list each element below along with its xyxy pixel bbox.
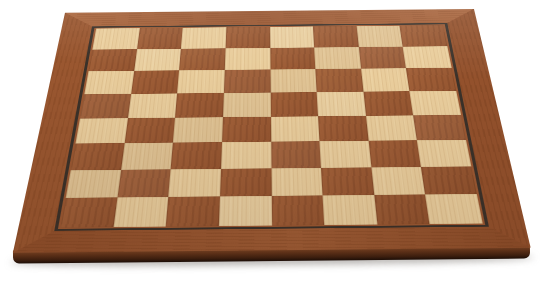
square-g8 (356, 26, 403, 47)
square-h8 (400, 25, 448, 46)
square-a5 (80, 94, 131, 119)
square-a7 (88, 49, 136, 71)
square-e4 (271, 116, 320, 142)
square-c8 (181, 27, 226, 48)
square-b8 (137, 28, 183, 49)
square-d6 (224, 70, 270, 93)
square-b1 (113, 197, 168, 227)
square-f6 (315, 69, 363, 92)
square-d7 (225, 48, 270, 70)
square-d4 (222, 117, 271, 143)
board-squares (60, 25, 482, 227)
square-b2 (117, 169, 171, 197)
square-h1 (425, 194, 482, 224)
square-e8 (270, 26, 315, 47)
square-h5 (410, 91, 461, 115)
square-h3 (417, 140, 471, 167)
square-h2 (421, 166, 477, 194)
square-f5 (317, 92, 366, 116)
inlay-border (54, 23, 489, 231)
square-h4 (413, 115, 466, 141)
square-e6 (270, 69, 317, 92)
square-a1 (60, 198, 117, 228)
square-b3 (121, 143, 173, 170)
square-e2 (271, 168, 323, 196)
square-b7 (134, 49, 181, 71)
product-photo-background (0, 0, 544, 282)
square-g4 (366, 115, 417, 141)
square-g1 (374, 195, 430, 225)
square-a6 (84, 71, 134, 94)
square-g3 (368, 140, 421, 167)
square-g6 (361, 68, 410, 91)
square-c6 (177, 70, 224, 93)
square-a4 (75, 118, 127, 144)
square-f2 (321, 167, 374, 195)
board-perspective-scene (13, 9, 531, 253)
square-c1 (166, 197, 220, 227)
square-d1 (219, 196, 272, 226)
square-g5 (363, 91, 413, 115)
square-g7 (359, 46, 407, 68)
square-d3 (221, 142, 271, 169)
square-h7 (403, 46, 452, 68)
square-a8 (92, 28, 139, 49)
square-g2 (371, 167, 425, 195)
square-a2 (66, 170, 121, 198)
square-d8 (225, 27, 269, 48)
square-d5 (223, 92, 271, 116)
square-c4 (173, 117, 223, 143)
square-b5 (128, 93, 178, 117)
square-c3 (171, 142, 222, 169)
square-b6 (131, 70, 179, 93)
square-f3 (320, 141, 372, 168)
square-e3 (271, 141, 321, 168)
square-c5 (175, 93, 224, 117)
square-a3 (71, 143, 125, 170)
square-h6 (406, 68, 456, 91)
square-e7 (270, 47, 316, 69)
chess-board (13, 9, 531, 253)
square-f8 (313, 26, 359, 47)
square-d2 (220, 168, 271, 196)
square-f1 (323, 195, 377, 225)
square-b4 (124, 117, 175, 143)
square-f7 (314, 47, 361, 69)
square-c7 (179, 48, 225, 70)
square-e1 (271, 196, 324, 226)
square-c2 (168, 169, 220, 197)
square-f4 (318, 116, 368, 142)
square-e5 (270, 92, 318, 116)
